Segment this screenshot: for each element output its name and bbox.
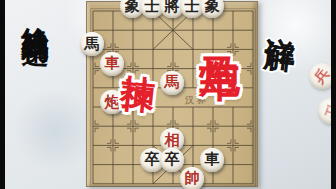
piece-char: 馬 <box>165 75 180 90</box>
piece-char: 相 <box>165 132 180 147</box>
captured-piece-char: 兵 <box>311 65 334 87</box>
right-title-text: 详解 <box>269 11 301 23</box>
letterbox-bar-left <box>0 0 5 189</box>
piece-char: 士 <box>145 0 160 13</box>
piece-char: 炮 <box>105 94 120 109</box>
board-piece: 炮 <box>100 90 124 114</box>
piece-char: 將 <box>165 0 180 13</box>
piece-char: 車 <box>205 152 220 167</box>
piece-char: 卒 <box>145 152 160 167</box>
piece-char: 象 <box>125 0 140 13</box>
letterbox-bar-right <box>331 0 336 189</box>
left-title-text: 绝妙残局精选 <box>21 5 48 20</box>
piece-char: 馬 <box>85 36 100 51</box>
piece-char: 士 <box>185 0 200 13</box>
piece-char: 車 <box>105 56 120 71</box>
svg-text:汉界: 汉界 <box>184 95 209 105</box>
piece-char: 帥 <box>185 171 200 186</box>
board-piece: 卒 <box>160 148 184 172</box>
board-piece: 帥 <box>180 167 204 189</box>
thumbnail-stage: 楚河汉界 象士將士象馬車馬炮相卒卒車帥 兵 仕 绝妙残局精选 详解 神技 车马炮 <box>0 0 336 189</box>
piece-char: 卒 <box>165 152 180 167</box>
piece-char: 象 <box>205 0 220 13</box>
board-piece: 車 <box>100 52 124 76</box>
board-piece: 車 <box>200 148 224 172</box>
board-piece: 馬 <box>160 71 184 95</box>
